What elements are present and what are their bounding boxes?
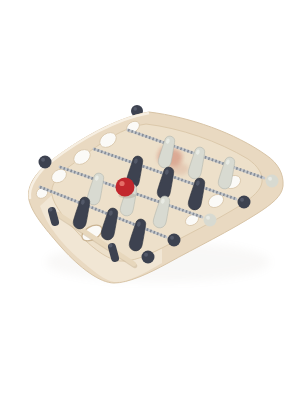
- goal-post-highlight: [49, 208, 53, 212]
- foosball-toy-illustration: [0, 0, 300, 400]
- goal-post-highlight: [109, 244, 113, 248]
- knob-highlight: [170, 236, 174, 240]
- dark-knob: [39, 156, 52, 169]
- dark-knob: [238, 196, 251, 209]
- light-knob: [204, 214, 217, 227]
- knob-highlight: [144, 253, 148, 257]
- knob-highlight: [41, 158, 45, 162]
- ball-highlight: [119, 181, 124, 186]
- knob-highlight: [133, 107, 137, 111]
- goal-post: [52, 211, 55, 222]
- light-knob: [266, 175, 279, 188]
- product-photo: [0, 0, 300, 400]
- red-ball: [116, 178, 135, 197]
- knob-highlight: [206, 216, 210, 220]
- goal-post: [112, 247, 115, 258]
- knob-highlight: [240, 198, 244, 202]
- dark-knob: [168, 234, 181, 247]
- knob-highlight: [268, 177, 272, 181]
- dark-knob: [142, 251, 155, 264]
